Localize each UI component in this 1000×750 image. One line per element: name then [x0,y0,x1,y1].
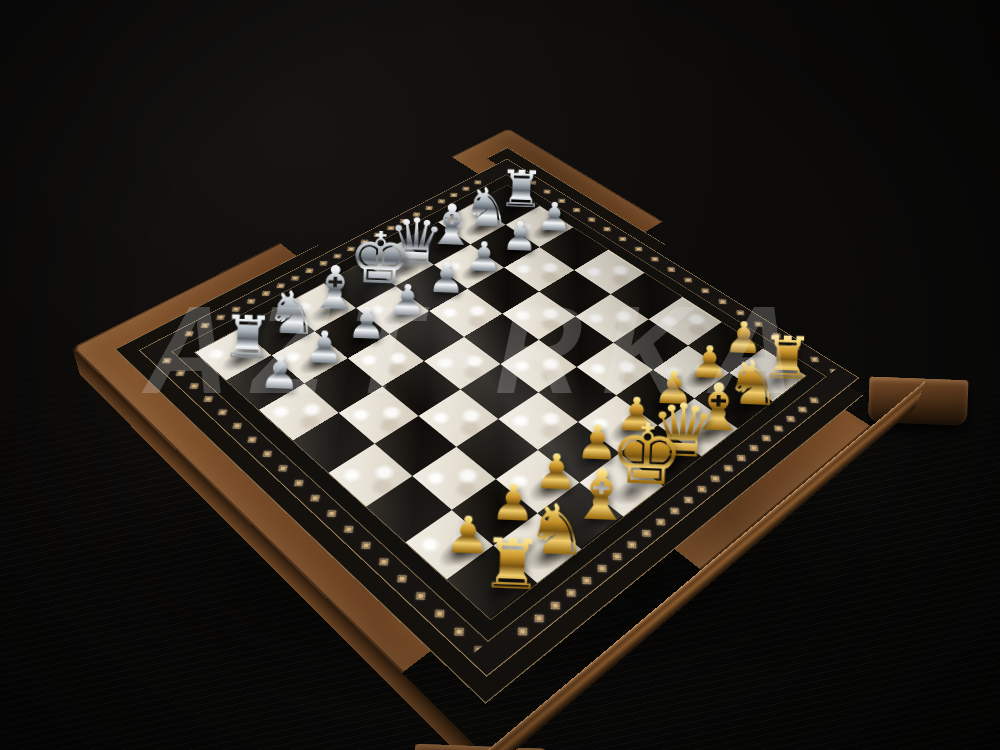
silver-pawn-piece: ♟ [427,258,466,299]
silver-pawn-piece: ♟ [536,198,573,237]
outer-black-band: ◈◈◈◈◈◈◈◈◈◈◈◈◈◈◈◈◈◈◈◈◈◈ ◈◈◈◈◈◈◈◈◈◈◈◈◈◈◈◈◈… [115,147,884,703]
silver-pawn-piece: ♟ [388,279,428,321]
inlay-border: ◈◈◈◈◈◈◈◈◈◈◈◈◈◈◈◈◈◈◈◈◈◈ ◈◈◈◈◈◈◈◈◈◈◈◈◈◈◈◈◈… [139,159,860,677]
scene-3d: ◈◈◈◈◈◈◈◈◈◈◈◈◈◈◈◈◈◈◈◈◈◈ ◈◈◈◈◈◈◈◈◈◈◈◈◈◈◈◈◈… [0,0,1000,750]
inner-black-band: ♜♞♝♚♛♝♞♜♟♟♟♟♟♟♟♟♟♟♟♟♟♟♟♟♜♞♝♚♛♝♞♜ [171,174,827,642]
chess-board-assembly: ◈◈◈◈◈◈◈◈◈◈◈◈◈◈◈◈◈◈◈◈◈◈ ◈◈◈◈◈◈◈◈◈◈◈◈◈◈◈◈◈… [72,128,926,750]
gold-rook-piece: ♜ [480,531,545,599]
chessboard: ♜♞♝♚♛♝♞♜♟♟♟♟♟♟♟♟♟♟♟♟♟♟♟♟♜♞♝♚♛♝♞♜ [194,185,807,621]
silver-pawn-piece: ♟ [347,302,388,345]
silver-pawn-piece: ♟ [501,217,538,256]
wood-frame: ◈◈◈◈◈◈◈◈◈◈◈◈◈◈◈◈◈◈◈◈◈◈ ◈◈◈◈◈◈◈◈◈◈◈◈◈◈◈◈◈… [72,128,926,750]
silver-pawn-piece: ♟ [465,237,503,277]
photo-background: ◈◈◈◈◈◈◈◈◈◈◈◈◈◈◈◈◈◈◈◈◈◈ ◈◈◈◈◈◈◈◈◈◈◈◈◈◈◈◈◈… [0,0,1000,750]
silver-pawn-piece: ♟ [304,326,345,370]
silver-pawn-piece: ♟ [259,350,301,395]
